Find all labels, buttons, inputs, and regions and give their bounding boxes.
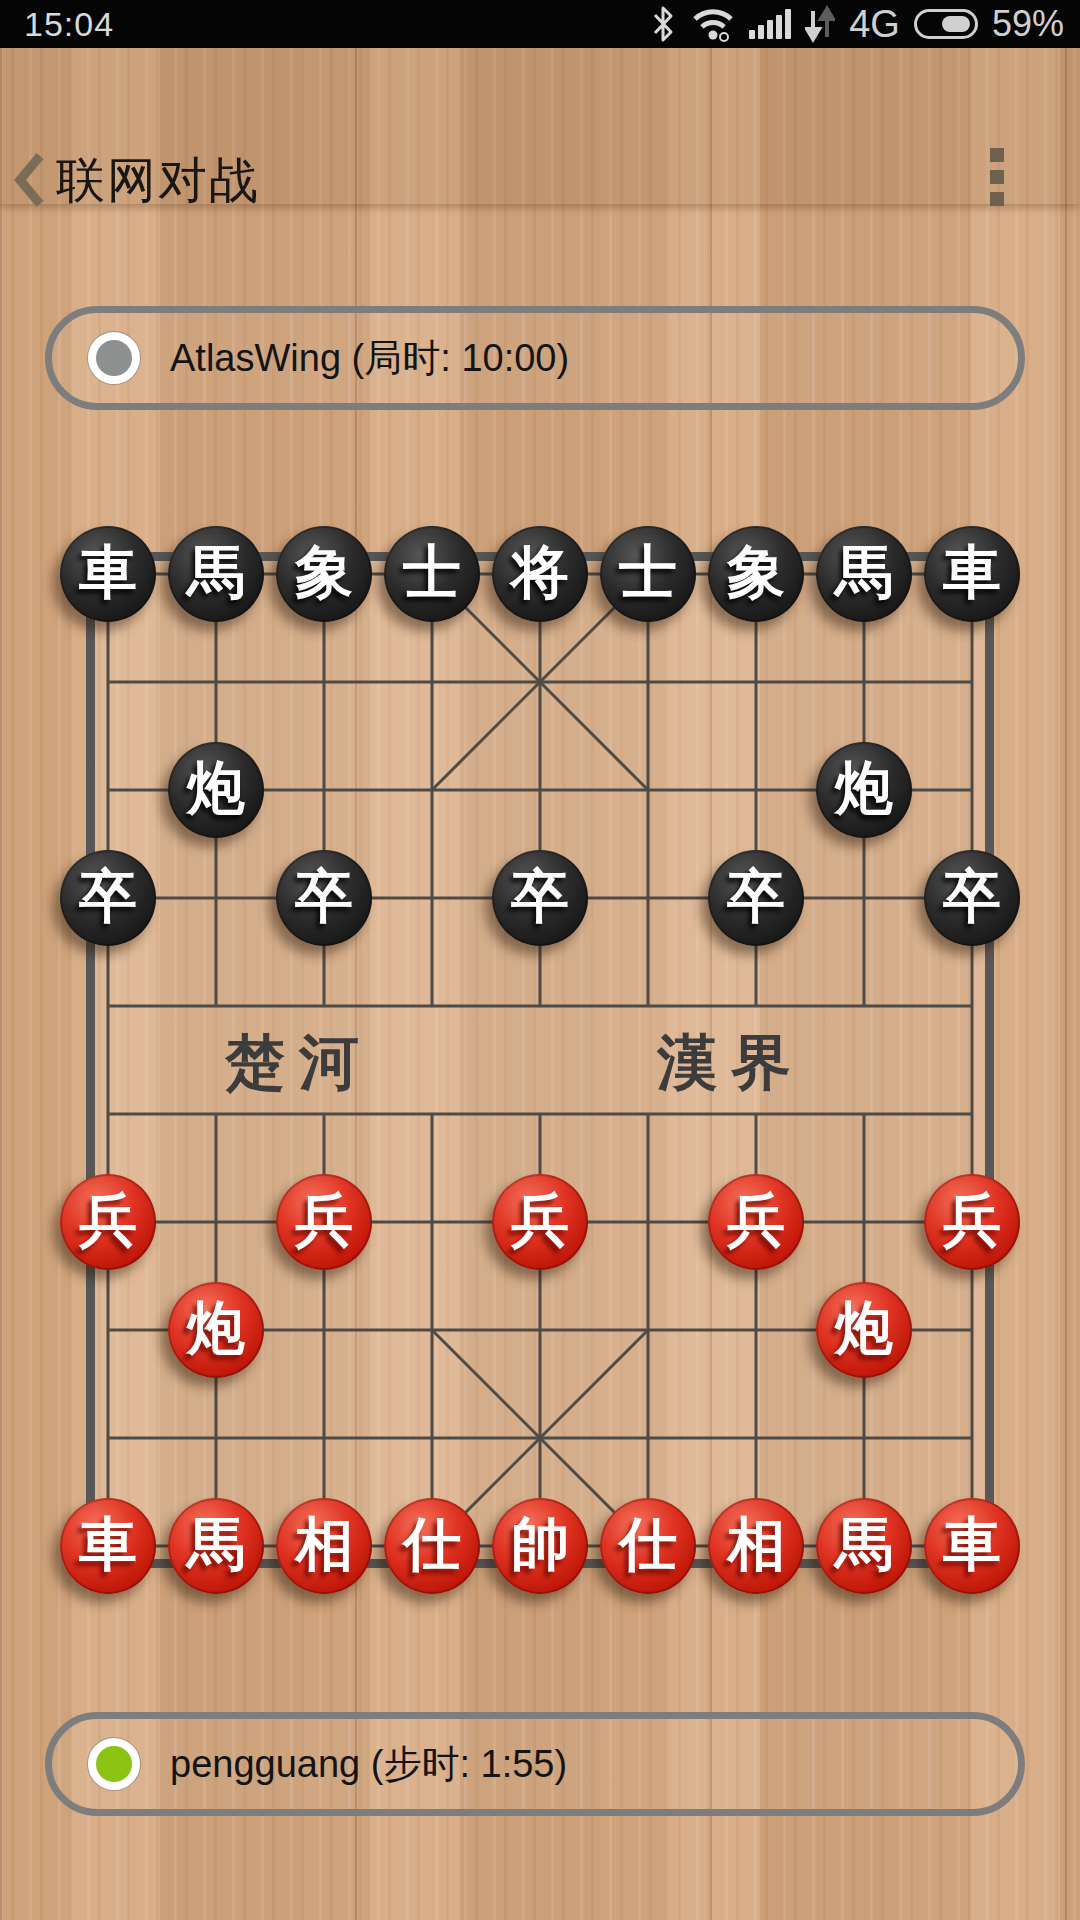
piece-black-chariot[interactable]: 車: [60, 526, 156, 622]
piece-glyph: 相: [295, 1515, 353, 1573]
piece-glyph: 馬: [835, 543, 893, 601]
piece-black-cannon[interactable]: 炮: [168, 742, 264, 838]
app-bar: 联网对战: [0, 48, 1080, 204]
piece-red-soldier[interactable]: 兵: [276, 1174, 372, 1270]
piece-glyph: 将: [511, 543, 569, 601]
piece-black-advisor[interactable]: 士: [384, 526, 480, 622]
piece-red-chariot[interactable]: 車: [60, 1498, 156, 1594]
piece-glyph: 炮: [187, 759, 245, 817]
piece-black-horse[interactable]: 馬: [816, 526, 912, 622]
xiangqi-board[interactable]: 楚河 漢界 車馬象士将士象馬車炮炮卒卒卒卒卒兵兵兵兵兵炮炮車馬相仕帥仕相馬車: [86, 552, 994, 1568]
piece-glyph: 卒: [511, 867, 569, 925]
piece-glyph: 兵: [295, 1191, 353, 1249]
piece-black-soldier[interactable]: 卒: [708, 850, 804, 946]
piece-black-cannon[interactable]: 炮: [816, 742, 912, 838]
piece-glyph: 兵: [511, 1191, 569, 1249]
piece-red-elephant[interactable]: 相: [708, 1498, 804, 1594]
piece-glyph: 象: [295, 543, 353, 601]
piece-black-general[interactable]: 将: [492, 526, 588, 622]
piece-glyph: 馬: [187, 1515, 245, 1573]
piece-glyph: 士: [619, 543, 677, 601]
piece-red-chariot[interactable]: 車: [924, 1498, 1020, 1594]
top-player-label: AtlasWing (局时: 10:00): [170, 333, 569, 384]
piece-black-chariot[interactable]: 車: [924, 526, 1020, 622]
piece-black-soldier[interactable]: 卒: [492, 850, 588, 946]
data-arrows-icon: [805, 5, 835, 43]
piece-red-cannon[interactable]: 炮: [816, 1282, 912, 1378]
piece-black-soldier[interactable]: 卒: [60, 850, 156, 946]
piece-black-advisor[interactable]: 士: [600, 526, 696, 622]
piece-glyph: 兵: [727, 1191, 785, 1249]
wifi-icon: [691, 5, 735, 43]
piece-glyph: 馬: [835, 1515, 893, 1573]
top-player-status-dot: [88, 332, 140, 384]
piece-glyph: 帥: [511, 1515, 569, 1573]
piece-red-elephant[interactable]: 相: [276, 1498, 372, 1594]
piece-glyph: 炮: [835, 1299, 893, 1357]
piece-glyph: 炮: [187, 1299, 245, 1357]
piece-red-soldier[interactable]: 兵: [60, 1174, 156, 1270]
page-title: 联网对战: [56, 148, 260, 214]
piece-glyph: 卒: [943, 867, 1001, 925]
river-label-right: 漢界: [657, 1023, 805, 1104]
piece-glyph: 車: [79, 1515, 137, 1573]
piece-glyph: 相: [727, 1515, 785, 1573]
piece-red-horse[interactable]: 馬: [816, 1498, 912, 1594]
piece-red-advisor[interactable]: 仕: [600, 1498, 696, 1594]
piece-red-soldier[interactable]: 兵: [708, 1174, 804, 1270]
piece-red-advisor[interactable]: 仕: [384, 1498, 480, 1594]
bottom-player-card: pengguang (步时: 1:55): [45, 1712, 1025, 1816]
xiangqi-online-match-screen: { "status_bar": { "time": "15:04", "icon…: [0, 0, 1080, 1920]
bluetooth-icon: [649, 5, 677, 43]
piece-glyph: 卒: [727, 867, 785, 925]
piece-glyph: 兵: [943, 1191, 1001, 1249]
piece-glyph: 車: [943, 543, 1001, 601]
piece-glyph: 卒: [295, 867, 353, 925]
piece-black-horse[interactable]: 馬: [168, 526, 264, 622]
battery-icon: [914, 9, 978, 39]
piece-red-general[interactable]: 帥: [492, 1498, 588, 1594]
river-label-left: 楚河: [225, 1023, 373, 1104]
signal-strength-icon: [749, 9, 791, 39]
status-icons: 4G 59%: [649, 3, 1064, 46]
piece-glyph: 車: [79, 543, 137, 601]
bottom-player-label: pengguang (步时: 1:55): [170, 1739, 567, 1790]
piece-red-soldier[interactable]: 兵: [924, 1174, 1020, 1270]
piece-glyph: 兵: [79, 1191, 137, 1249]
piece-black-elephant[interactable]: 象: [708, 526, 804, 622]
piece-glyph: 仕: [403, 1515, 461, 1573]
overflow-menu-button[interactable]: [976, 148, 1016, 212]
piece-black-soldier[interactable]: 卒: [924, 850, 1020, 946]
battery-percent: 59%: [992, 3, 1064, 45]
piece-red-horse[interactable]: 馬: [168, 1498, 264, 1594]
top-player-card: AtlasWing (局时: 10:00): [45, 306, 1025, 410]
piece-red-cannon[interactable]: 炮: [168, 1282, 264, 1378]
piece-glyph: 馬: [187, 543, 245, 601]
status-bar: 15:04 4G 59%: [0, 0, 1080, 48]
piece-red-soldier[interactable]: 兵: [492, 1174, 588, 1270]
network-type-label: 4G: [849, 3, 900, 46]
piece-glyph: 炮: [835, 759, 893, 817]
bottom-player-status-dot: [88, 1738, 140, 1790]
piece-glyph: 車: [943, 1515, 1001, 1573]
piece-black-soldier[interactable]: 卒: [276, 850, 372, 946]
piece-glyph: 卒: [79, 867, 137, 925]
piece-glyph: 仕: [619, 1515, 677, 1573]
piece-glyph: 象: [727, 543, 785, 601]
piece-black-elephant[interactable]: 象: [276, 526, 372, 622]
clock-time: 15:04: [24, 5, 114, 44]
back-button[interactable]: [10, 150, 50, 210]
piece-glyph: 士: [403, 543, 461, 601]
